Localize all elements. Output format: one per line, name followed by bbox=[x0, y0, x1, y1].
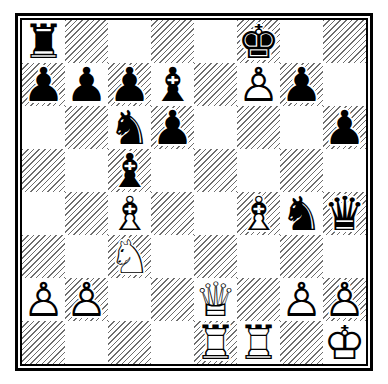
white-pawn[interactable]: ♟♙ bbox=[22, 278, 65, 321]
black-knight[interactable]: ♞♞ bbox=[280, 192, 323, 235]
square-b6[interactable] bbox=[65, 106, 108, 149]
square-g7[interactable]: ♟♟ bbox=[280, 63, 323, 106]
white-pawn-icon: ♙ bbox=[280, 276, 322, 323]
black-pawn-icon: ♟ bbox=[22, 61, 64, 108]
black-queen[interactable]: ♛♛ bbox=[323, 192, 366, 235]
white-pawn[interactable]: ♟♙ bbox=[237, 63, 280, 106]
square-a6[interactable] bbox=[22, 106, 65, 149]
square-f1[interactable]: ♜♖ bbox=[237, 321, 280, 364]
square-e8[interactable] bbox=[194, 20, 237, 63]
square-g4[interactable]: ♞♞ bbox=[280, 192, 323, 235]
black-knight-icon: ♞ bbox=[280, 190, 322, 237]
black-queen-icon: ♛ bbox=[323, 190, 365, 237]
black-pawn-icon: ♟ bbox=[323, 104, 365, 151]
square-g6[interactable] bbox=[280, 106, 323, 149]
square-a1[interactable] bbox=[22, 321, 65, 364]
square-a5[interactable] bbox=[22, 149, 65, 192]
black-pawn[interactable]: ♟♟ bbox=[22, 63, 65, 106]
square-e7[interactable] bbox=[194, 63, 237, 106]
white-pawn[interactable]: ♟♙ bbox=[65, 278, 108, 321]
white-king-icon: ♔ bbox=[323, 319, 365, 366]
black-pawn-icon: ♟ bbox=[151, 104, 193, 151]
square-h6[interactable]: ♟♟ bbox=[323, 106, 366, 149]
white-rook-icon: ♖ bbox=[194, 319, 236, 366]
square-h1[interactable]: ♚♔ bbox=[323, 321, 366, 364]
square-d6[interactable]: ♟♟ bbox=[151, 106, 194, 149]
white-king[interactable]: ♚♔ bbox=[323, 321, 366, 364]
white-knight[interactable]: ♞♘ bbox=[108, 235, 151, 278]
square-c2[interactable] bbox=[108, 278, 151, 321]
black-pawn[interactable]: ♟♟ bbox=[151, 106, 194, 149]
white-knight-icon: ♘ bbox=[108, 233, 150, 280]
black-pawn[interactable]: ♟♟ bbox=[65, 63, 108, 106]
square-g1[interactable] bbox=[280, 321, 323, 364]
square-f3[interactable] bbox=[237, 235, 280, 278]
square-e4[interactable] bbox=[194, 192, 237, 235]
black-pawn-icon: ♟ bbox=[280, 61, 322, 108]
square-a2[interactable]: ♟♙ bbox=[22, 278, 65, 321]
white-bishop-icon: ♗ bbox=[237, 190, 279, 237]
white-pawn-icon: ♙ bbox=[237, 61, 279, 108]
square-d1[interactable] bbox=[151, 321, 194, 364]
square-e5[interactable] bbox=[194, 149, 237, 192]
square-d3[interactable] bbox=[151, 235, 194, 278]
square-c3[interactable]: ♞♘ bbox=[108, 235, 151, 278]
chess-diagram: ♜♜♚♚♟♟♟♟♟♟♝♝♟♙♟♟♞♞♟♟♟♟♝♝♝♗♝♗♞♞♛♛♞♘♟♙♟♙♛♕… bbox=[0, 0, 388, 384]
black-pawn[interactable]: ♟♟ bbox=[323, 106, 366, 149]
square-h8[interactable] bbox=[323, 20, 366, 63]
black-pawn-icon: ♟ bbox=[65, 61, 107, 108]
square-f6[interactable] bbox=[237, 106, 280, 149]
square-b4[interactable] bbox=[65, 192, 108, 235]
white-pawn-icon: ♙ bbox=[65, 276, 107, 323]
square-e1[interactable]: ♜♖ bbox=[194, 321, 237, 364]
square-h4[interactable]: ♛♛ bbox=[323, 192, 366, 235]
white-pawn-icon: ♙ bbox=[22, 276, 64, 323]
square-e6[interactable] bbox=[194, 106, 237, 149]
black-pawn[interactable]: ♟♟ bbox=[280, 63, 323, 106]
square-d4[interactable] bbox=[151, 192, 194, 235]
square-f7[interactable]: ♟♙ bbox=[237, 63, 280, 106]
white-bishop[interactable]: ♝♗ bbox=[237, 192, 280, 235]
board-grid: ♜♜♚♚♟♟♟♟♟♟♝♝♟♙♟♟♞♞♟♟♟♟♝♝♝♗♝♗♞♞♛♛♞♘♟♙♟♙♛♕… bbox=[22, 20, 366, 364]
square-a7[interactable]: ♟♟ bbox=[22, 63, 65, 106]
square-b7[interactable]: ♟♟ bbox=[65, 63, 108, 106]
square-a4[interactable] bbox=[22, 192, 65, 235]
white-rook[interactable]: ♜♖ bbox=[237, 321, 280, 364]
square-g2[interactable]: ♟♙ bbox=[280, 278, 323, 321]
white-rook[interactable]: ♜♖ bbox=[194, 321, 237, 364]
square-f4[interactable]: ♝♗ bbox=[237, 192, 280, 235]
square-b2[interactable]: ♟♙ bbox=[65, 278, 108, 321]
square-b1[interactable] bbox=[65, 321, 108, 364]
white-pawn[interactable]: ♟♙ bbox=[280, 278, 323, 321]
square-b5[interactable] bbox=[65, 149, 108, 192]
board-frame-outer: ♜♜♚♚♟♟♟♟♟♟♝♝♟♙♟♟♞♞♟♟♟♟♝♝♝♗♝♗♞♞♛♛♞♘♟♙♟♙♛♕… bbox=[15, 13, 373, 371]
white-rook-icon: ♖ bbox=[237, 319, 279, 366]
square-c1[interactable] bbox=[108, 321, 151, 364]
board-frame-inner: ♜♜♚♚♟♟♟♟♟♟♝♝♟♙♟♟♞♞♟♟♟♟♝♝♝♗♝♗♞♞♛♛♞♘♟♙♟♙♛♕… bbox=[20, 18, 368, 366]
square-d5[interactable] bbox=[151, 149, 194, 192]
square-d2[interactable] bbox=[151, 278, 194, 321]
